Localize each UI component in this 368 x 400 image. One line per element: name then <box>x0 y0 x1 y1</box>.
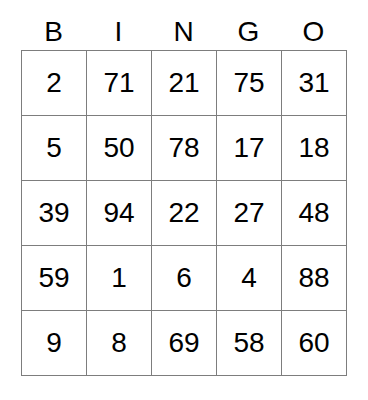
bingo-header-row: BINGO <box>21 14 368 50</box>
bingo-cell-r2c1[interactable]: 5 <box>22 116 87 181</box>
header-letter-n: N <box>151 14 216 50</box>
bingo-cell-r5c1[interactable]: 9 <box>22 311 87 376</box>
bingo-cell-r1c1[interactable]: 2 <box>22 51 87 116</box>
bingo-cell-r4c1[interactable]: 59 <box>22 246 87 311</box>
bingo-cell-r3c5[interactable]: 48 <box>282 181 347 246</box>
header-letter-g: G <box>216 14 281 50</box>
bingo-cell-r5c4[interactable]: 58 <box>217 311 282 376</box>
bingo-card: BINGO 2712175315507817183994222748591648… <box>0 0 368 400</box>
bingo-cell-r5c5[interactable]: 60 <box>282 311 347 376</box>
bingo-cell-r4c2[interactable]: 1 <box>87 246 152 311</box>
bingo-grid: 2712175315507817183994222748591648898695… <box>21 50 347 376</box>
bingo-cell-r4c5[interactable]: 88 <box>282 246 347 311</box>
bingo-cell-r1c5[interactable]: 31 <box>282 51 347 116</box>
bingo-cell-r2c2[interactable]: 50 <box>87 116 152 181</box>
bingo-cell-r5c2[interactable]: 8 <box>87 311 152 376</box>
bingo-cell-r4c3[interactable]: 6 <box>152 246 217 311</box>
bingo-cell-r2c4[interactable]: 17 <box>217 116 282 181</box>
bingo-cell-r3c2[interactable]: 94 <box>87 181 152 246</box>
header-letter-b: B <box>21 14 86 50</box>
bingo-cell-r5c3[interactable]: 69 <box>152 311 217 376</box>
bingo-cell-r1c2[interactable]: 71 <box>87 51 152 116</box>
header-letter-o: O <box>281 14 346 50</box>
bingo-cell-r1c3[interactable]: 21 <box>152 51 217 116</box>
bingo-cell-r3c4[interactable]: 27 <box>217 181 282 246</box>
bingo-cell-r1c4[interactable]: 75 <box>217 51 282 116</box>
bingo-cell-r4c4[interactable]: 4 <box>217 246 282 311</box>
bingo-cell-r2c3[interactable]: 78 <box>152 116 217 181</box>
bingo-cell-r3c1[interactable]: 39 <box>22 181 87 246</box>
bingo-cell-r3c3[interactable]: 22 <box>152 181 217 246</box>
header-letter-i: I <box>86 14 151 50</box>
bingo-cell-r2c5[interactable]: 18 <box>282 116 347 181</box>
